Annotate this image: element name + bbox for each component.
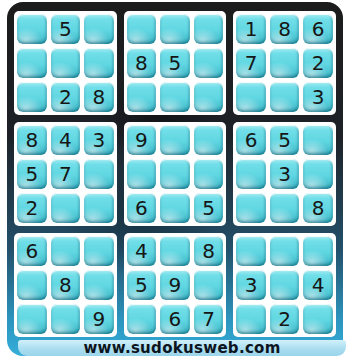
cell-r4c3[interactable]: 3 bbox=[84, 125, 114, 155]
cell-r2c1[interactable] bbox=[17, 48, 47, 78]
cell-r3c1[interactable] bbox=[17, 82, 47, 112]
cell-r1c6[interactable] bbox=[194, 14, 224, 44]
cell-r3c6[interactable] bbox=[194, 82, 224, 112]
board-frame: 528851867238435729656538689485967342 www… bbox=[7, 2, 343, 356]
cell-r2c5[interactable]: 5 bbox=[160, 48, 190, 78]
cell-r7c1[interactable]: 6 bbox=[17, 236, 47, 266]
sudoku-box-r2c1: 485967 bbox=[124, 233, 227, 337]
cell-r5c6[interactable] bbox=[194, 159, 224, 189]
cell-r1c8[interactable]: 8 bbox=[270, 14, 300, 44]
cell-r5c3[interactable] bbox=[84, 159, 114, 189]
cell-r5c1[interactable]: 5 bbox=[17, 159, 47, 189]
cell-r7c7[interactable] bbox=[236, 236, 266, 266]
cell-r8c3[interactable] bbox=[84, 270, 114, 300]
cell-r3c2[interactable]: 2 bbox=[51, 82, 81, 112]
cell-r6c8[interactable] bbox=[270, 193, 300, 223]
cell-r6c3[interactable] bbox=[84, 193, 114, 223]
cell-r7c3[interactable] bbox=[84, 236, 114, 266]
cell-r1c2[interactable]: 5 bbox=[51, 14, 81, 44]
cell-r4c7[interactable]: 6 bbox=[236, 125, 266, 155]
cell-r2c4[interactable]: 8 bbox=[127, 48, 157, 78]
sudoku-box-r1c1: 965 bbox=[124, 122, 227, 226]
cell-r2c3[interactable] bbox=[84, 48, 114, 78]
cell-r7c4[interactable]: 4 bbox=[127, 236, 157, 266]
cell-r4c2[interactable]: 4 bbox=[51, 125, 81, 155]
cell-r5c4[interactable] bbox=[127, 159, 157, 189]
cell-r2c7[interactable]: 7 bbox=[236, 48, 266, 78]
sudoku-box-r2c2: 342 bbox=[233, 233, 336, 337]
cell-r6c1[interactable]: 2 bbox=[17, 193, 47, 223]
cell-r8c7[interactable]: 3 bbox=[236, 270, 266, 300]
cell-r4c9[interactable] bbox=[303, 125, 333, 155]
cell-r3c9[interactable]: 3 bbox=[303, 82, 333, 112]
sudoku-box-r1c0: 843572 bbox=[14, 122, 117, 226]
cell-r6c2[interactable] bbox=[51, 193, 81, 223]
cell-r9c9[interactable] bbox=[303, 304, 333, 334]
cell-r5c9[interactable] bbox=[303, 159, 333, 189]
cell-r8c5[interactable]: 9 bbox=[160, 270, 190, 300]
cell-r7c9[interactable] bbox=[303, 236, 333, 266]
cell-r1c3[interactable] bbox=[84, 14, 114, 44]
cell-r4c4[interactable]: 9 bbox=[127, 125, 157, 155]
cell-r1c4[interactable] bbox=[127, 14, 157, 44]
sudoku-box-r0c2: 186723 bbox=[233, 11, 336, 115]
cell-r3c7[interactable] bbox=[236, 82, 266, 112]
cell-r8c9[interactable]: 4 bbox=[303, 270, 333, 300]
cell-r3c3[interactable]: 8 bbox=[84, 82, 114, 112]
cell-r5c7[interactable] bbox=[236, 159, 266, 189]
cell-r8c1[interactable] bbox=[17, 270, 47, 300]
cell-r2c9[interactable]: 2 bbox=[303, 48, 333, 78]
cell-r1c5[interactable] bbox=[160, 14, 190, 44]
cell-r8c4[interactable]: 5 bbox=[127, 270, 157, 300]
cell-r4c5[interactable] bbox=[160, 125, 190, 155]
sudoku-box-r0c0: 528 bbox=[14, 11, 117, 115]
cell-r6c9[interactable]: 8 bbox=[303, 193, 333, 223]
cell-r9c3[interactable]: 9 bbox=[84, 304, 114, 334]
cell-r6c5[interactable] bbox=[160, 193, 190, 223]
cell-r8c8[interactable] bbox=[270, 270, 300, 300]
cell-r9c6[interactable]: 7 bbox=[194, 304, 224, 334]
cell-r9c5[interactable]: 6 bbox=[160, 304, 190, 334]
sudoku-board: 528851867238435729656538689485967342 bbox=[14, 11, 336, 337]
cell-r1c1[interactable] bbox=[17, 14, 47, 44]
cell-r5c2[interactable]: 7 bbox=[51, 159, 81, 189]
cell-r3c4[interactable] bbox=[127, 82, 157, 112]
cell-r9c8[interactable]: 2 bbox=[270, 304, 300, 334]
cell-r7c6[interactable]: 8 bbox=[194, 236, 224, 266]
cell-r9c2[interactable] bbox=[51, 304, 81, 334]
cell-r9c4[interactable] bbox=[127, 304, 157, 334]
cell-r8c6[interactable] bbox=[194, 270, 224, 300]
cell-r3c8[interactable] bbox=[270, 82, 300, 112]
cell-r4c8[interactable]: 5 bbox=[270, 125, 300, 155]
cell-r1c7[interactable]: 1 bbox=[236, 14, 266, 44]
sudoku-box-r0c1: 85 bbox=[124, 11, 227, 115]
cell-r5c5[interactable] bbox=[160, 159, 190, 189]
cell-r7c5[interactable] bbox=[160, 236, 190, 266]
cell-r7c2[interactable] bbox=[51, 236, 81, 266]
cell-r4c6[interactable] bbox=[194, 125, 224, 155]
cell-r9c7[interactable] bbox=[236, 304, 266, 334]
cell-r2c6[interactable] bbox=[194, 48, 224, 78]
cell-r5c8[interactable]: 3 bbox=[270, 159, 300, 189]
cell-r3c5[interactable] bbox=[160, 82, 190, 112]
cell-r8c2[interactable]: 8 bbox=[51, 270, 81, 300]
cell-r6c4[interactable]: 6 bbox=[127, 193, 157, 223]
cell-r4c1[interactable]: 8 bbox=[17, 125, 47, 155]
cell-r6c7[interactable] bbox=[236, 193, 266, 223]
cell-r9c1[interactable] bbox=[17, 304, 47, 334]
cell-r1c9[interactable]: 6 bbox=[303, 14, 333, 44]
sudoku-box-r2c0: 689 bbox=[14, 233, 117, 337]
cell-r2c2[interactable] bbox=[51, 48, 81, 78]
site-link[interactable]: www.sudokusweb.com bbox=[18, 340, 346, 356]
sudoku-box-r1c2: 6538 bbox=[233, 122, 336, 226]
cell-r2c8[interactable] bbox=[270, 48, 300, 78]
cell-r7c8[interactable] bbox=[270, 236, 300, 266]
cell-r6c6[interactable]: 5 bbox=[194, 193, 224, 223]
